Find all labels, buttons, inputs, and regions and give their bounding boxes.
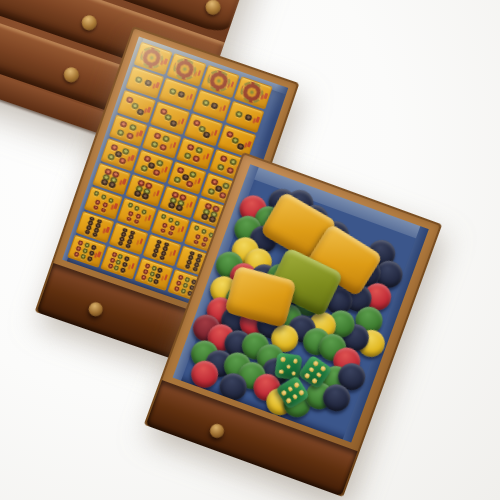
- circle-pip: [200, 242, 206, 248]
- circle-pip: [186, 143, 195, 151]
- tile-index-mark: [180, 226, 184, 232]
- tile-pips: [87, 189, 116, 215]
- tile-pips: [237, 79, 266, 105]
- die-pip: [320, 365, 326, 371]
- circle-pip: [151, 265, 157, 271]
- circle-pip: [89, 250, 95, 256]
- tile-index-mark: [164, 58, 168, 64]
- tile-pips: [162, 80, 191, 106]
- circle-pip: [129, 124, 138, 132]
- tile-pips: [196, 92, 225, 118]
- die-pip: [280, 390, 286, 396]
- die-pip: [293, 382, 299, 388]
- tile-index-mark: [155, 190, 159, 196]
- circle-pip: [153, 279, 159, 285]
- brass-knob: [80, 13, 99, 32]
- brass-knob: [62, 65, 81, 84]
- circle-pip: [244, 114, 253, 122]
- circle-pip: [122, 262, 128, 268]
- tile-pips: [221, 127, 250, 153]
- tile-pips: [171, 56, 200, 82]
- tile-pips: [137, 153, 166, 179]
- die-pip: [279, 370, 284, 375]
- circle-pip: [155, 273, 161, 279]
- circle-pip: [168, 88, 177, 96]
- tile-pips: [229, 103, 258, 129]
- die-pip: [287, 386, 293, 392]
- circle-pip: [159, 255, 165, 261]
- tile-pips: [96, 165, 125, 191]
- tile-pips: [154, 212, 183, 238]
- one-circle-rosette: [171, 55, 200, 82]
- circle-pip: [85, 229, 91, 235]
- circle-pip: [116, 259, 122, 265]
- die-pip: [315, 371, 321, 377]
- tile-index-mark: [105, 227, 109, 233]
- circle-pip: [94, 190, 100, 196]
- circle-pip: [235, 111, 244, 119]
- circle-pip: [101, 194, 107, 200]
- circle-pip: [167, 230, 173, 236]
- circle-pip: [82, 248, 88, 254]
- circle-pip: [144, 79, 153, 87]
- circle-pip: [124, 256, 130, 262]
- circle-pip: [160, 213, 166, 219]
- circle-pip: [185, 264, 191, 270]
- circle-pip: [219, 155, 228, 163]
- circle-pip: [144, 263, 150, 269]
- die-pip: [292, 371, 297, 376]
- tile-index-mark: [130, 155, 134, 161]
- circle-pip: [136, 108, 145, 116]
- tile-pips: [112, 225, 141, 251]
- die-pip: [298, 389, 304, 395]
- circle-pip: [111, 252, 117, 258]
- circle-pip: [189, 171, 198, 179]
- circle-pip: [122, 148, 131, 156]
- circle-pip: [91, 245, 97, 251]
- tile-pips: [187, 116, 216, 142]
- circle-pip: [141, 209, 147, 215]
- tile-pips: [71, 238, 100, 264]
- circle-pip: [210, 102, 219, 110]
- circle-pip: [193, 239, 199, 245]
- circle-pip: [93, 205, 99, 211]
- tile-index-mark: [172, 142, 176, 148]
- tile-index-mark: [139, 130, 143, 136]
- die-pip: [281, 357, 286, 362]
- tile-index-mark: [147, 214, 151, 220]
- circle-pip: [150, 140, 159, 148]
- tile-index-mark: [164, 166, 168, 172]
- circle-pip: [229, 158, 238, 166]
- circle-pip: [117, 254, 123, 260]
- circle-pip: [159, 143, 168, 151]
- circle-pip: [151, 252, 157, 258]
- brass-knob: [87, 301, 105, 319]
- tile-pips: [79, 214, 108, 240]
- tile-pips: [104, 249, 133, 275]
- tile-index-mark: [114, 203, 118, 209]
- circle-pip: [118, 241, 124, 247]
- die-pip: [304, 372, 310, 378]
- circle-pip: [217, 163, 226, 171]
- circle-pip: [126, 132, 135, 140]
- tile-index-mark: [205, 153, 209, 159]
- tile-index-mark: [147, 106, 151, 112]
- circle-pip: [74, 251, 80, 257]
- circle-pip: [134, 206, 140, 212]
- circle-pip: [201, 99, 210, 107]
- circle-pip: [107, 263, 113, 269]
- circle-pip: [147, 276, 153, 282]
- tile-index-mark: [139, 239, 143, 245]
- tile-pips: [204, 67, 233, 93]
- circle-pip: [87, 256, 93, 262]
- circle-pip: [182, 282, 188, 288]
- circle-pip: [78, 240, 84, 246]
- circle-pip: [185, 180, 194, 188]
- circle-pip: [76, 246, 82, 252]
- tile-pips: [162, 188, 191, 214]
- tile-index-mark: [130, 263, 134, 269]
- tile-index-mark: [247, 141, 251, 147]
- circle-pip: [125, 243, 131, 249]
- circle-pip: [178, 275, 184, 281]
- circle-pip: [177, 91, 186, 99]
- circle-pip: [174, 221, 180, 227]
- circle-pip: [141, 274, 147, 280]
- circle-pip: [80, 254, 86, 260]
- circle-pip: [162, 135, 171, 143]
- tile-pips: [179, 140, 208, 166]
- circle-pip: [108, 198, 114, 204]
- one-circle-rosette: [138, 44, 167, 71]
- circle-pip: [192, 266, 198, 272]
- tile-index-mark: [197, 69, 201, 75]
- circle-pip: [92, 232, 98, 238]
- die-pip: [311, 377, 317, 383]
- die-pip: [292, 393, 298, 399]
- tile-pips: [121, 93, 150, 119]
- circle-pip: [169, 120, 178, 128]
- tile-index-mark: [97, 251, 101, 257]
- tile-index-mark: [255, 116, 259, 122]
- circle-pip: [119, 120, 128, 128]
- circle-pip: [100, 207, 106, 213]
- circle-pip: [120, 267, 126, 273]
- one-circle-rosette: [204, 67, 233, 94]
- tile-pips: [137, 44, 166, 70]
- tile-index-mark: [122, 179, 126, 185]
- circle-pip: [117, 129, 126, 137]
- tile-index-mark: [264, 92, 268, 98]
- tile-pips: [112, 117, 141, 143]
- circle-pip: [84, 242, 90, 248]
- circle-pip: [226, 166, 235, 174]
- circle-pip: [183, 152, 192, 160]
- circle-pip: [236, 143, 245, 151]
- circle-pip: [192, 155, 201, 163]
- tile-index-mark: [197, 177, 201, 183]
- circle-pip: [155, 159, 164, 167]
- tile-index-mark: [214, 129, 218, 135]
- circle-pip: [201, 229, 207, 235]
- circle-pip: [126, 216, 132, 222]
- circle-pip: [135, 76, 144, 84]
- tile-pips: [129, 69, 158, 95]
- photo-scene: [0, 0, 500, 500]
- circle-pip: [109, 257, 115, 263]
- die-pip: [286, 364, 291, 369]
- circle-pip: [149, 271, 155, 277]
- circle-pip: [195, 147, 204, 155]
- tile-index-mark: [189, 202, 193, 208]
- tile-index-mark: [222, 105, 226, 111]
- green-die-showing-5: [275, 353, 303, 381]
- tile-pips: [121, 201, 150, 227]
- tile-pips: [129, 177, 158, 203]
- circle-pip: [180, 288, 186, 294]
- circle-pip: [167, 217, 173, 223]
- tile-index-mark: [155, 82, 159, 88]
- circle-pip: [119, 157, 128, 165]
- tile-index-mark: [189, 94, 193, 100]
- tile-pips: [104, 141, 133, 167]
- circle-pip: [142, 269, 148, 275]
- one-circle-rosette: [238, 78, 267, 105]
- tile-pips: [146, 128, 175, 154]
- tile-pips: [171, 164, 200, 190]
- brass-knob: [204, 0, 223, 17]
- circle-pip: [160, 228, 166, 234]
- circle-pip: [134, 219, 140, 225]
- circle-pip: [194, 225, 200, 231]
- die-pip: [293, 359, 298, 364]
- circle-pip: [157, 268, 163, 274]
- tile-pips: [154, 104, 183, 130]
- circle-pip: [114, 265, 120, 271]
- circle-pip: [184, 277, 190, 283]
- tile-index-mark: [180, 118, 184, 124]
- circle-pip: [203, 131, 212, 139]
- tile-pips: [146, 237, 175, 263]
- circle-pip: [174, 286, 180, 292]
- tile-pips: [137, 261, 166, 287]
- tile-index-mark: [172, 250, 176, 256]
- brass-knob: [209, 422, 227, 440]
- die-pip: [308, 366, 314, 372]
- die-pip: [312, 360, 318, 366]
- tile-index-mark: [164, 274, 168, 280]
- circle-pip: [152, 169, 161, 177]
- circle-pip: [153, 132, 162, 140]
- circle-pip: [127, 202, 133, 208]
- circle-pip: [176, 280, 182, 286]
- tile-index-mark: [230, 81, 234, 87]
- die-pip: [285, 397, 291, 403]
